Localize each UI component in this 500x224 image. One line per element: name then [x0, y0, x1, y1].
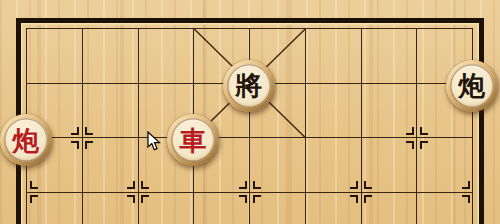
board-cell [139, 29, 195, 84]
piece-glyph: 車 [179, 127, 206, 154]
board-cell [306, 29, 362, 84]
piece-face: 將 [227, 64, 271, 108]
piece-black-general[interactable]: 將 [223, 60, 275, 112]
piece-face: 炮 [450, 64, 494, 108]
point-marker [405, 126, 429, 150]
piece-black-cannon[interactable]: 炮 [446, 60, 498, 112]
piece-face: 車 [171, 118, 215, 162]
piece-red-cannon[interactable]: 炮 [0, 114, 52, 166]
point-marker [70, 126, 94, 150]
board-cell [362, 29, 418, 84]
piece-glyph: 炮 [12, 127, 39, 154]
board-cell [306, 84, 362, 139]
piece-glyph: 將 [235, 72, 262, 99]
point-marker [15, 180, 39, 204]
point-marker [461, 180, 485, 204]
board-cell [27, 29, 83, 84]
piece-face: 炮 [4, 118, 48, 162]
point-marker [126, 180, 150, 204]
mouse-cursor-icon [147, 131, 161, 152]
piece-glyph: 炮 [458, 72, 485, 99]
point-marker [349, 180, 373, 204]
board-cell [83, 29, 139, 84]
point-marker [238, 180, 262, 204]
xiangqi-board-screenshot: 將炮炮車 [0, 0, 500, 224]
piece-red-chariot[interactable]: 車 [167, 114, 219, 166]
